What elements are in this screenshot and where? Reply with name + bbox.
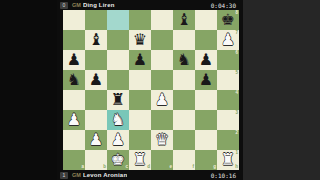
square-f3[interactable] — [173, 110, 195, 130]
coord-file-a: a — [81, 165, 84, 170]
black-king: ♚ — [217, 10, 239, 30]
white-pawn: ♟ — [151, 90, 173, 110]
square-a7[interactable] — [63, 30, 85, 50]
square-a6[interactable]: ♟ — [63, 50, 85, 70]
white-king: ♚ — [107, 150, 129, 170]
clock-top: 0:04:30 — [211, 2, 236, 9]
black-rook: ♜ — [107, 90, 129, 110]
square-h7[interactable]: ♟7 — [217, 30, 239, 50]
square-g2[interactable] — [195, 130, 217, 150]
black-queen: ♛ — [129, 30, 151, 50]
square-c4[interactable]: ♜ — [107, 90, 129, 110]
white-knight: ♞ — [107, 110, 129, 130]
white-queen: ♛ — [151, 130, 173, 150]
square-f4[interactable] — [173, 90, 195, 110]
coord-rank-7: 7 — [235, 31, 238, 36]
square-a2[interactable] — [63, 130, 85, 150]
player-name-bottom: Levon Aronian — [83, 172, 127, 178]
square-g1[interactable]: g — [195, 150, 217, 170]
square-h3[interactable]: 3 — [217, 110, 239, 130]
square-b2[interactable]: ♟ — [85, 130, 107, 150]
square-h1[interactable]: ♜1h — [217, 150, 239, 170]
square-g5[interactable]: ♟ — [195, 70, 217, 90]
square-b6[interactable] — [85, 50, 107, 70]
coord-file-f: f — [193, 165, 195, 170]
square-d2[interactable] — [129, 130, 151, 150]
black-pawn: ♟ — [129, 50, 151, 70]
black-knight: ♞ — [173, 50, 195, 70]
coord-rank-5: 5 — [235, 71, 238, 76]
square-g6[interactable]: ♟ — [195, 50, 217, 70]
square-e2[interactable]: ♛ — [151, 130, 173, 150]
player-bar-bottom: 1 GM Levon Aronian 0:10:16 — [57, 170, 243, 180]
square-c2[interactable]: ♟ — [107, 130, 129, 150]
black-bishop: ♝ — [85, 30, 107, 50]
square-g4[interactable] — [195, 90, 217, 110]
black-pawn: ♟ — [195, 50, 217, 70]
white-pawn: ♟ — [107, 130, 129, 150]
square-c7[interactable] — [107, 30, 129, 50]
square-f5[interactable] — [173, 70, 195, 90]
square-h5[interactable]: 5 — [217, 70, 239, 90]
player-bar-top: 0 GM Ding Liren 0:04:30 — [57, 0, 243, 10]
square-b1[interactable]: b — [85, 150, 107, 170]
coord-rank-8: 8 — [235, 11, 238, 16]
square-c5[interactable] — [107, 70, 129, 90]
black-pawn: ♟ — [85, 70, 107, 90]
coord-file-b: b — [103, 165, 106, 170]
white-pawn: ♟ — [63, 110, 85, 130]
broadcast-board-panel: 0 GM Ding Liren 0:04:30 ♝♚8♝♛♟7♟♟♞♟6♞♟♟5… — [57, 0, 243, 180]
score-badge-bottom: 1 — [60, 172, 68, 179]
clock-bottom: 0:10:16 — [211, 172, 236, 179]
square-g8[interactable] — [195, 10, 217, 30]
coord-file-d: d — [147, 165, 150, 170]
white-rook: ♜ — [217, 150, 239, 170]
coord-file-e: e — [169, 165, 172, 170]
square-c1[interactable]: ♚c — [107, 150, 129, 170]
square-b5[interactable]: ♟ — [85, 70, 107, 90]
square-b4[interactable] — [85, 90, 107, 110]
white-pawn: ♟ — [217, 30, 239, 50]
coord-rank-6: 6 — [235, 51, 238, 56]
square-a1[interactable]: a — [63, 150, 85, 170]
coord-rank-2: 2 — [235, 131, 238, 136]
player-name-top: Ding Liren — [83, 2, 115, 8]
square-a4[interactable] — [63, 90, 85, 110]
black-pawn: ♟ — [195, 70, 217, 90]
black-pawn: ♟ — [63, 50, 85, 70]
white-rook: ♜ — [129, 150, 151, 170]
square-b8[interactable] — [85, 10, 107, 30]
square-c8[interactable] — [107, 10, 129, 30]
square-d7[interactable]: ♛ — [129, 30, 151, 50]
square-d8[interactable] — [129, 10, 151, 30]
coord-rank-4: 4 — [235, 91, 238, 96]
coord-file-h: h — [235, 165, 238, 170]
black-knight: ♞ — [63, 70, 85, 90]
coord-file-c: c — [125, 165, 128, 170]
square-e6[interactable] — [151, 50, 173, 70]
square-f2[interactable] — [173, 130, 195, 150]
square-f8[interactable]: ♝ — [173, 10, 195, 30]
left-letterbox — [0, 0, 57, 180]
player-title-bottom: GM — [72, 172, 81, 178]
square-d6[interactable]: ♟ — [129, 50, 151, 70]
square-h6[interactable]: 6 — [217, 50, 239, 70]
square-e3[interactable] — [151, 110, 173, 130]
player-title-top: GM — [72, 2, 81, 8]
square-e7[interactable] — [151, 30, 173, 50]
square-b7[interactable]: ♝ — [85, 30, 107, 50]
coord-rank-1: 1 — [235, 151, 238, 156]
square-d5[interactable] — [129, 70, 151, 90]
square-d4[interactable] — [129, 90, 151, 110]
score-badge-top: 0 — [60, 2, 68, 9]
square-c6[interactable] — [107, 50, 129, 70]
square-b3[interactable] — [85, 110, 107, 130]
square-e5[interactable] — [151, 70, 173, 90]
square-h8[interactable]: ♚8 — [217, 10, 239, 30]
coord-rank-3: 3 — [235, 111, 238, 116]
square-a5[interactable]: ♞ — [63, 70, 85, 90]
square-e1[interactable]: e — [151, 150, 173, 170]
white-pawn: ♟ — [85, 130, 107, 150]
square-e4[interactable]: ♟ — [151, 90, 173, 110]
chess-board: ♝♚8♝♛♟7♟♟♞♟6♞♟♟5♜♟4♟♞3♟♟♛2ab♚c♜defg♜1h — [63, 10, 239, 170]
square-g7[interactable] — [195, 30, 217, 50]
square-c3[interactable]: ♞ — [107, 110, 129, 130]
square-d3[interactable] — [129, 110, 151, 130]
square-a3[interactable]: ♟ — [63, 110, 85, 130]
square-e8[interactable] — [151, 10, 173, 30]
square-g3[interactable] — [195, 110, 217, 130]
square-h2[interactable]: 2 — [217, 130, 239, 150]
black-bishop: ♝ — [173, 10, 195, 30]
coord-file-g: g — [213, 165, 216, 170]
square-f7[interactable] — [173, 30, 195, 50]
square-a8[interactable] — [63, 10, 85, 30]
square-d1[interactable]: ♜d — [129, 150, 151, 170]
square-f6[interactable]: ♞ — [173, 50, 195, 70]
square-h4[interactable]: 4 — [217, 90, 239, 110]
square-f1[interactable]: f — [173, 150, 195, 170]
